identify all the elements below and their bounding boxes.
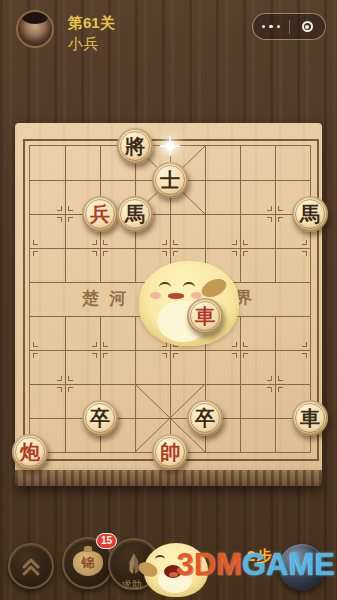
point-marker (57, 206, 73, 222)
piece-black-卒[interactable]: 卒 (187, 400, 223, 436)
player-avatar[interactable] (16, 10, 54, 48)
river-label-left: 楚河 (82, 287, 136, 310)
point-marker (302, 240, 318, 256)
hint-count-badge: 15 (96, 533, 117, 549)
chick-mascot-board (133, 258, 245, 348)
piece-black-將[interactable]: 將 (117, 128, 153, 164)
minimize-icon (302, 21, 313, 32)
game-screen: 第61关 小兵 楚河 漢界 將士兵馬馬車卒卒車炮帥 (0, 0, 337, 600)
piece-red-炮[interactable]: 炮 (12, 434, 48, 470)
point-marker (267, 376, 283, 392)
mascot-eye (183, 282, 195, 292)
piece-red-兵[interactable]: 兵 (82, 196, 118, 232)
point-marker (22, 342, 38, 358)
chevron-up-icon (18, 553, 44, 579)
piece-red-帥[interactable]: 帥 (152, 434, 188, 470)
miniprogram-capsule (252, 13, 326, 40)
more-button[interactable] (253, 14, 289, 39)
piece-red-車[interactable]: 車 (187, 298, 223, 334)
collapse-button[interactable] (8, 543, 54, 589)
player-name: 小兵 (68, 35, 98, 54)
point-marker (267, 206, 283, 222)
close-button[interactable] (290, 14, 326, 39)
watermark-3dm: 3DM (177, 547, 242, 582)
point-marker (57, 376, 73, 392)
point-marker (162, 240, 178, 256)
watermark-game: GAME (242, 547, 335, 582)
piece-black-馬[interactable]: 馬 (292, 196, 328, 232)
board-edge (15, 470, 322, 486)
point-marker (22, 240, 38, 256)
mascot-eye (159, 282, 171, 292)
level-title: 第61关 (68, 14, 115, 33)
highlight-sparkle (166, 142, 174, 150)
piece-black-卒[interactable]: 卒 (82, 400, 118, 436)
watermark: 3DMGAME (177, 546, 335, 583)
piece-black-士[interactable]: 士 (152, 162, 188, 198)
point-marker (302, 342, 318, 358)
point-marker (92, 342, 108, 358)
money-bag-icon: 锦 (73, 551, 103, 576)
point-marker (232, 240, 248, 256)
ask-help-label: 求助 (122, 578, 142, 592)
piece-black-車[interactable]: 車 (292, 400, 328, 436)
point-marker (92, 240, 108, 256)
piece-black-馬[interactable]: 馬 (117, 196, 153, 232)
